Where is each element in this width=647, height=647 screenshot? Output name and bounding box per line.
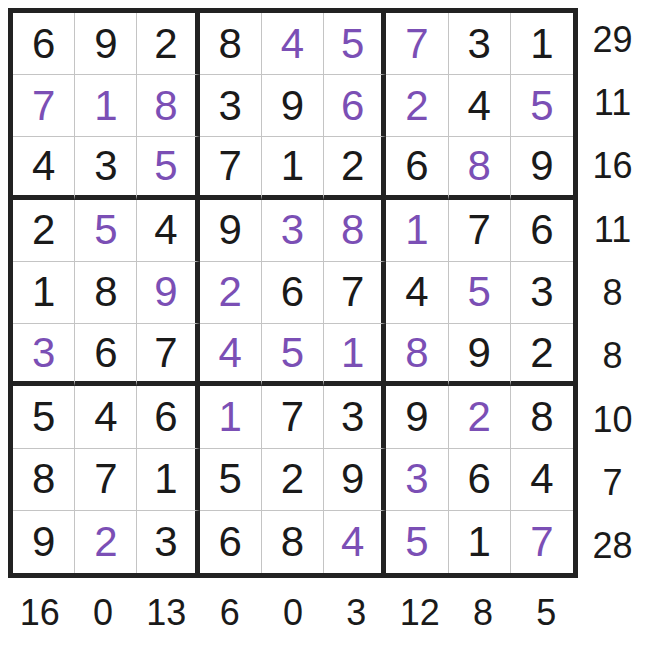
cell-r5c4[interactable]: 2 — [200, 262, 262, 324]
sudoku-board: 6928457317183962454357126892549381761892… — [8, 8, 578, 578]
cell-r9c9[interactable]: 7 — [511, 511, 573, 573]
cell-r4c6[interactable]: 8 — [324, 200, 386, 262]
row-clue-8: 7 — [578, 451, 647, 514]
cell-r2c1[interactable]: 7 — [13, 75, 75, 137]
cell-r1c4[interactable]: 8 — [200, 13, 262, 75]
cell-r6c8[interactable]: 9 — [449, 324, 511, 386]
cell-r7c3[interactable]: 6 — [137, 386, 199, 448]
cell-r9c2[interactable]: 2 — [75, 511, 137, 573]
cell-r7c1[interactable]: 5 — [13, 386, 75, 448]
cell-r9c4[interactable]: 6 — [200, 511, 262, 573]
cell-r1c6[interactable]: 5 — [324, 13, 386, 75]
col-clue-6: 3 — [325, 578, 388, 647]
cell-r5c6[interactable]: 7 — [324, 262, 386, 324]
cell-r3c4[interactable]: 7 — [200, 137, 262, 199]
col-clue-7: 12 — [388, 578, 451, 647]
cell-r1c3[interactable]: 2 — [137, 13, 199, 75]
cell-r4c7[interactable]: 1 — [386, 200, 448, 262]
row-clue-7: 10 — [578, 388, 647, 451]
cell-r4c2[interactable]: 5 — [75, 200, 137, 262]
cell-r5c5[interactable]: 6 — [262, 262, 324, 324]
cell-r1c5[interactable]: 4 — [262, 13, 324, 75]
cell-r5c7[interactable]: 4 — [386, 262, 448, 324]
row-clue-1: 29 — [578, 8, 647, 71]
cell-r4c1[interactable]: 2 — [13, 200, 75, 262]
cell-r6c1[interactable]: 3 — [13, 324, 75, 386]
cell-r9c7[interactable]: 5 — [386, 511, 448, 573]
cell-r5c9[interactable]: 3 — [511, 262, 573, 324]
col-clue-4: 6 — [198, 578, 261, 647]
cell-r2c4[interactable]: 3 — [200, 75, 262, 137]
row-clue-6: 8 — [578, 325, 647, 388]
cell-r7c5[interactable]: 7 — [262, 386, 324, 448]
cell-r4c4[interactable]: 9 — [200, 200, 262, 262]
cell-r6c6[interactable]: 1 — [324, 324, 386, 386]
cell-r8c4[interactable]: 5 — [200, 449, 262, 511]
cell-r9c3[interactable]: 3 — [137, 511, 199, 573]
cell-r9c5[interactable]: 8 — [262, 511, 324, 573]
cell-r5c8[interactable]: 5 — [449, 262, 511, 324]
cell-r4c5[interactable]: 3 — [262, 200, 324, 262]
row-clue-5: 8 — [578, 261, 647, 324]
col-clue-1: 16 — [8, 578, 71, 647]
cell-r8c8[interactable]: 6 — [449, 449, 511, 511]
cell-r3c3[interactable]: 5 — [137, 137, 199, 199]
cell-r6c5[interactable]: 5 — [262, 324, 324, 386]
cell-r3c5[interactable]: 1 — [262, 137, 324, 199]
cell-r6c4[interactable]: 4 — [200, 324, 262, 386]
cell-r2c2[interactable]: 1 — [75, 75, 137, 137]
cell-r8c7[interactable]: 3 — [386, 449, 448, 511]
cell-r5c2[interactable]: 8 — [75, 262, 137, 324]
cell-r6c2[interactable]: 6 — [75, 324, 137, 386]
col-clue-2: 0 — [71, 578, 134, 647]
cell-r3c2[interactable]: 3 — [75, 137, 137, 199]
cell-r7c4[interactable]: 1 — [200, 386, 262, 448]
cell-r9c1[interactable]: 9 — [13, 511, 75, 573]
cell-r3c8[interactable]: 8 — [449, 137, 511, 199]
cell-r8c2[interactable]: 7 — [75, 449, 137, 511]
col-clue-5: 0 — [261, 578, 324, 647]
sandwich-sudoku-page: 6928457317183962454357126892549381761892… — [0, 0, 647, 647]
cell-r5c1[interactable]: 1 — [13, 262, 75, 324]
cell-r5c3[interactable]: 9 — [137, 262, 199, 324]
cell-r7c8[interactable]: 2 — [449, 386, 511, 448]
cell-r8c3[interactable]: 1 — [137, 449, 199, 511]
cell-r1c1[interactable]: 6 — [13, 13, 75, 75]
col-sandwich-clues: 160136031285 — [8, 578, 578, 647]
cell-r8c9[interactable]: 4 — [511, 449, 573, 511]
cell-r8c1[interactable]: 8 — [13, 449, 75, 511]
cell-r7c6[interactable]: 3 — [324, 386, 386, 448]
cell-r6c9[interactable]: 2 — [511, 324, 573, 386]
cell-r1c8[interactable]: 3 — [449, 13, 511, 75]
row-clue-4: 11 — [578, 198, 647, 261]
cell-r7c2[interactable]: 4 — [75, 386, 137, 448]
cell-r4c9[interactable]: 6 — [511, 200, 573, 262]
row-clue-9: 28 — [578, 515, 647, 578]
col-clue-9: 5 — [515, 578, 578, 647]
cell-r1c7[interactable]: 7 — [386, 13, 448, 75]
cell-r2c9[interactable]: 5 — [511, 75, 573, 137]
cell-r1c2[interactable]: 9 — [75, 13, 137, 75]
cell-r4c8[interactable]: 7 — [449, 200, 511, 262]
cell-r2c6[interactable]: 6 — [324, 75, 386, 137]
cell-r9c8[interactable]: 1 — [449, 511, 511, 573]
cell-r9c6[interactable]: 4 — [324, 511, 386, 573]
row-sandwich-clues: 291116118810728 — [578, 8, 647, 578]
col-clue-3: 13 — [135, 578, 198, 647]
cell-r3c1[interactable]: 4 — [13, 137, 75, 199]
cell-r2c3[interactable]: 8 — [137, 75, 199, 137]
cell-r3c9[interactable]: 9 — [511, 137, 573, 199]
cell-r6c7[interactable]: 8 — [386, 324, 448, 386]
cell-r8c5[interactable]: 2 — [262, 449, 324, 511]
cell-r6c3[interactable]: 7 — [137, 324, 199, 386]
cell-r7c9[interactable]: 8 — [511, 386, 573, 448]
cell-r4c3[interactable]: 4 — [137, 200, 199, 262]
row-clue-2: 11 — [578, 71, 647, 134]
cell-r2c5[interactable]: 9 — [262, 75, 324, 137]
cell-r7c7[interactable]: 9 — [386, 386, 448, 448]
cell-r1c9[interactable]: 1 — [511, 13, 573, 75]
cell-r2c8[interactable]: 4 — [449, 75, 511, 137]
row-clue-3: 16 — [578, 135, 647, 198]
cell-r3c6[interactable]: 2 — [324, 137, 386, 199]
cell-r3c7[interactable]: 6 — [386, 137, 448, 199]
col-clue-8: 8 — [451, 578, 514, 647]
cell-r2c7[interactable]: 2 — [386, 75, 448, 137]
cell-r8c6[interactable]: 9 — [324, 449, 386, 511]
